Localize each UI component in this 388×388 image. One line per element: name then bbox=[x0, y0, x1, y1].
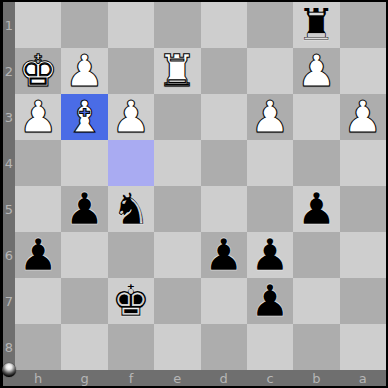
rank-label-3: 3 bbox=[3, 94, 15, 140]
square-h6[interactable]: ♟ bbox=[15, 232, 61, 278]
square-a6[interactable] bbox=[340, 232, 386, 278]
square-c1[interactable] bbox=[247, 2, 293, 48]
square-e4[interactable] bbox=[154, 140, 200, 186]
file-labels-row: hgfedcba bbox=[15, 370, 386, 386]
square-h3[interactable]: ♟ bbox=[15, 94, 61, 140]
black-to-move-icon bbox=[2, 363, 16, 377]
square-f8[interactable] bbox=[108, 324, 154, 370]
square-g8[interactable] bbox=[61, 324, 107, 370]
piece-black-rook-b1[interactable]: ♜ bbox=[297, 3, 336, 47]
piece-black-pawn-c7[interactable]: ♟ bbox=[250, 279, 289, 323]
square-a8[interactable] bbox=[340, 324, 386, 370]
rank-label-1: 1 bbox=[3, 2, 15, 48]
square-e7[interactable] bbox=[154, 278, 200, 324]
rank-label-6: 6 bbox=[3, 232, 15, 278]
square-g6[interactable] bbox=[61, 232, 107, 278]
square-h2[interactable]: ♚ bbox=[15, 48, 61, 94]
square-h8[interactable] bbox=[15, 324, 61, 370]
rank-label-4: 4 bbox=[3, 140, 15, 186]
piece-white-rook-e2[interactable]: ♜ bbox=[158, 49, 197, 93]
square-g7[interactable] bbox=[61, 278, 107, 324]
square-d5[interactable] bbox=[201, 186, 247, 232]
square-g1[interactable] bbox=[61, 2, 107, 48]
piece-white-king-h2[interactable]: ♚ bbox=[18, 49, 57, 93]
file-label-b: b bbox=[293, 370, 339, 386]
square-a5[interactable] bbox=[340, 186, 386, 232]
square-e2[interactable]: ♜ bbox=[154, 48, 200, 94]
file-label-h: h bbox=[15, 370, 61, 386]
piece-black-pawn-h6[interactable]: ♟ bbox=[18, 233, 57, 277]
square-c6[interactable]: ♟ bbox=[247, 232, 293, 278]
square-c4[interactable] bbox=[247, 140, 293, 186]
square-h5[interactable] bbox=[15, 186, 61, 232]
rank-label-7: 7 bbox=[3, 278, 15, 324]
square-g2[interactable]: ♟ bbox=[61, 48, 107, 94]
square-f1[interactable] bbox=[108, 2, 154, 48]
square-d3[interactable] bbox=[201, 94, 247, 140]
chess-board[interactable]: ♜♚♟♜♟♟♝♟♟♟♟♞♟♟♟♟♚♟ bbox=[15, 2, 386, 370]
square-b6[interactable] bbox=[293, 232, 339, 278]
square-d1[interactable] bbox=[201, 2, 247, 48]
file-label-e: e bbox=[154, 370, 200, 386]
square-h4[interactable] bbox=[15, 140, 61, 186]
square-a4[interactable] bbox=[340, 140, 386, 186]
piece-black-knight-f5[interactable]: ♞ bbox=[111, 187, 150, 231]
square-d4[interactable] bbox=[201, 140, 247, 186]
rank-label-2: 2 bbox=[3, 48, 15, 94]
square-b2[interactable]: ♟ bbox=[293, 48, 339, 94]
square-a1[interactable] bbox=[340, 2, 386, 48]
square-b4[interactable] bbox=[293, 140, 339, 186]
square-c5[interactable] bbox=[247, 186, 293, 232]
rank-label-5: 5 bbox=[3, 186, 15, 232]
piece-black-king-f7[interactable]: ♚ bbox=[111, 279, 150, 323]
square-b8[interactable] bbox=[293, 324, 339, 370]
piece-white-pawn-f3[interactable]: ♟ bbox=[111, 95, 150, 139]
square-d8[interactable] bbox=[201, 324, 247, 370]
file-label-a: a bbox=[340, 370, 386, 386]
square-e6[interactable] bbox=[154, 232, 200, 278]
rank-labels: 12345678 bbox=[3, 2, 15, 370]
square-g4[interactable] bbox=[61, 140, 107, 186]
file-label-g: g bbox=[61, 370, 107, 386]
square-f5[interactable]: ♞ bbox=[108, 186, 154, 232]
file-label-f: f bbox=[108, 370, 154, 386]
chess-board-window: 12345678 ♜♚♟♜♟♟♝♟♟♟♟♞♟♟♟♟♚♟ hgfedcba bbox=[0, 0, 388, 388]
square-f2[interactable] bbox=[108, 48, 154, 94]
square-d6[interactable]: ♟ bbox=[201, 232, 247, 278]
square-b7[interactable] bbox=[293, 278, 339, 324]
square-a7[interactable] bbox=[340, 278, 386, 324]
piece-black-pawn-g5[interactable]: ♟ bbox=[65, 187, 104, 231]
square-e5[interactable] bbox=[154, 186, 200, 232]
square-f7[interactable]: ♚ bbox=[108, 278, 154, 324]
piece-black-pawn-c6[interactable]: ♟ bbox=[250, 233, 289, 277]
square-b3[interactable] bbox=[293, 94, 339, 140]
file-label-d: d bbox=[201, 370, 247, 386]
square-g3[interactable]: ♝ bbox=[61, 94, 107, 140]
square-f3[interactable]: ♟ bbox=[108, 94, 154, 140]
piece-black-pawn-b5[interactable]: ♟ bbox=[297, 187, 336, 231]
piece-white-pawn-h3[interactable]: ♟ bbox=[18, 95, 57, 139]
piece-white-pawn-c3[interactable]: ♟ bbox=[250, 95, 289, 139]
square-c2[interactable] bbox=[247, 48, 293, 94]
piece-white-pawn-b2[interactable]: ♟ bbox=[297, 49, 336, 93]
square-e1[interactable] bbox=[154, 2, 200, 48]
square-c8[interactable] bbox=[247, 324, 293, 370]
square-c3[interactable]: ♟ bbox=[247, 94, 293, 140]
square-h1[interactable] bbox=[15, 2, 61, 48]
square-b1[interactable]: ♜ bbox=[293, 2, 339, 48]
square-g5[interactable]: ♟ bbox=[61, 186, 107, 232]
file-label-c: c bbox=[247, 370, 293, 386]
piece-white-pawn-a3[interactable]: ♟ bbox=[343, 95, 382, 139]
piece-white-bishop-g3[interactable]: ♝ bbox=[65, 95, 104, 139]
square-d2[interactable] bbox=[201, 48, 247, 94]
piece-white-pawn-g2[interactable]: ♟ bbox=[65, 49, 104, 93]
square-a2[interactable] bbox=[340, 48, 386, 94]
square-f6[interactable] bbox=[108, 232, 154, 278]
piece-black-pawn-d6[interactable]: ♟ bbox=[204, 233, 243, 277]
file-labels: hgfedcba bbox=[3, 370, 386, 386]
square-e3[interactable] bbox=[154, 94, 200, 140]
square-h7[interactable] bbox=[15, 278, 61, 324]
square-d7[interactable] bbox=[201, 278, 247, 324]
square-b5[interactable]: ♟ bbox=[293, 186, 339, 232]
square-a3[interactable]: ♟ bbox=[340, 94, 386, 140]
square-c7[interactable]: ♟ bbox=[247, 278, 293, 324]
square-e8[interactable] bbox=[154, 324, 200, 370]
square-f4[interactable] bbox=[108, 140, 154, 186]
